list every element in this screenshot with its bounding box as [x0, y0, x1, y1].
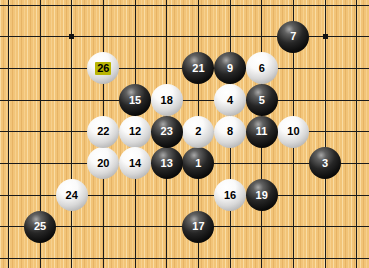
- move-number: 19: [254, 189, 270, 202]
- stone-white-8: 8: [214, 116, 246, 148]
- stone-black-11: 11: [246, 116, 278, 148]
- stone-black-7: 7: [277, 21, 309, 53]
- grid-line-vertical: [356, 0, 357, 268]
- move-number: 23: [159, 125, 175, 138]
- go-board[interactable]: 1234567891011121314151617181920212223242…: [0, 0, 369, 268]
- stone-white-4: 4: [214, 84, 246, 116]
- move-number: 25: [32, 220, 48, 233]
- grid-line-horizontal: [0, 5, 369, 6]
- stone-black-3: 3: [309, 147, 341, 179]
- move-number: 22: [95, 125, 111, 138]
- move-number: 17: [190, 220, 206, 233]
- star-point: [69, 34, 74, 39]
- stone-white-16: 16: [214, 179, 246, 211]
- move-number: 4: [225, 94, 235, 107]
- stone-black-25: 25: [24, 211, 56, 243]
- move-number: 16: [222, 189, 238, 202]
- grid-line-horizontal: [0, 36, 369, 37]
- grid-line-horizontal: [0, 100, 369, 101]
- stone-white-6: 6: [246, 52, 278, 84]
- stone-white-12: 12: [119, 116, 151, 148]
- move-number: 20: [95, 157, 111, 170]
- move-number: 11: [254, 125, 270, 138]
- stone-white-14: 14: [119, 147, 151, 179]
- stone-black-1: 1: [182, 147, 214, 179]
- move-number: 18: [159, 94, 175, 107]
- stone-white-20: 20: [87, 147, 119, 179]
- grid-line-vertical: [325, 0, 326, 268]
- stone-black-9: 9: [214, 52, 246, 84]
- star-point: [323, 34, 328, 39]
- move-number: 6: [257, 62, 267, 75]
- stone-black-17: 17: [182, 211, 214, 243]
- move-number: 8: [225, 125, 235, 138]
- move-number: 3: [320, 157, 330, 170]
- move-number: 21: [190, 62, 206, 75]
- move-number: 10: [285, 125, 301, 138]
- grid-line-vertical: [8, 0, 9, 268]
- move-number: 13: [159, 157, 175, 170]
- stone-white-18: 18: [151, 84, 183, 116]
- move-number: 24: [64, 189, 80, 202]
- move-number: 2: [193, 125, 203, 138]
- stone-black-15: 15: [119, 84, 151, 116]
- move-number: 9: [225, 62, 235, 75]
- move-number: 15: [127, 94, 143, 107]
- stone-white-2: 2: [182, 116, 214, 148]
- move-number: 14: [127, 157, 143, 170]
- stone-white-26-last-move: 26: [87, 52, 119, 84]
- stone-black-23: 23: [151, 116, 183, 148]
- move-number: 1: [193, 157, 203, 170]
- grid-line-horizontal: [0, 258, 369, 259]
- stone-black-21: 21: [182, 52, 214, 84]
- stone-white-22: 22: [87, 116, 119, 148]
- stone-black-19: 19: [246, 179, 278, 211]
- move-number: 26: [95, 62, 111, 75]
- stone-black-13: 13: [151, 147, 183, 179]
- grid-line-vertical: [71, 0, 72, 268]
- move-number: 7: [288, 30, 298, 43]
- move-number: 12: [127, 125, 143, 138]
- move-number: 5: [257, 94, 267, 107]
- stone-white-10: 10: [277, 116, 309, 148]
- stone-black-5: 5: [246, 84, 278, 116]
- stone-white-24: 24: [56, 179, 88, 211]
